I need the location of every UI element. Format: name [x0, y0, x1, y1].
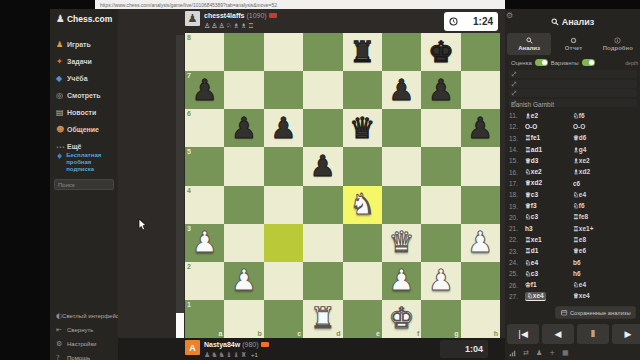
black-move[interactable]: c6: [573, 180, 580, 187]
rank-label: 2: [187, 263, 191, 270]
move-row: 26.♔f1♘e4: [509, 279, 640, 290]
move-row: 27.♘xe4♕xe4: [509, 291, 640, 302]
square-d3[interactable]: [303, 224, 342, 262]
report-icon: [570, 37, 577, 44]
eval-chart-icon[interactable]: [509, 350, 516, 357]
square-g7[interactable]: ♟: [421, 71, 460, 109]
toggle-row: ОценкаВариантыdepth: [511, 59, 638, 66]
top-player-name-row: chesst4laffs (1090): [204, 12, 277, 19]
bottom-player-bar: A Nastya84w (980) ♟♞♞♝♝♜ +1 1:04: [118, 338, 505, 360]
square-c8[interactable]: [264, 33, 303, 71]
add-icon[interactable]: +: [549, 349, 555, 357]
main-content: ♟ chesst4laffs (1090) ♙♙♙♘♗♗♖ 1:24 8♜♚7♟…: [118, 9, 505, 360]
square-f3[interactable]: ♛: [382, 224, 421, 262]
square-f6[interactable]: [382, 109, 421, 147]
move-row: 11.♗e2♘f6: [509, 110, 640, 121]
square-d6[interactable]: [303, 109, 342, 147]
black-pawn: ♟: [192, 76, 218, 105]
rank-label: 7: [187, 72, 191, 79]
white-pawn: ♟: [389, 266, 415, 295]
move-number: 16.: [509, 169, 525, 176]
chesscom-logo[interactable]: ♟ Chess.com: [56, 13, 112, 24]
square-a3[interactable]: 3♟: [185, 224, 224, 262]
white-move[interactable]: ♖xe1: [525, 236, 573, 244]
black-move[interactable]: O-O: [573, 123, 585, 130]
square-h1[interactable]: h: [461, 300, 500, 338]
move-number: 19.: [509, 203, 525, 210]
social-icon: ☻: [56, 125, 67, 134]
flip-board-icon[interactable]: ⇄: [523, 349, 529, 357]
sidebar: ♟ Chess.com ♟Играть✦Задачи◆Учёба◎Смотрет…: [50, 9, 118, 360]
tab-label: Отчет: [565, 45, 582, 51]
move-number: 11.: [509, 112, 525, 119]
black-pawn: ♟: [389, 76, 415, 105]
square-c5[interactable]: [264, 147, 303, 185]
square-c1[interactable]: c: [264, 300, 303, 338]
grid-settings-icon[interactable]: ▦: [562, 349, 569, 357]
top-player-rating: (1090): [246, 12, 266, 19]
toggle-label: Варианты: [551, 60, 579, 66]
black-pawn: ♟: [467, 114, 493, 143]
square-f7[interactable]: ♟: [382, 71, 421, 109]
square-c6[interactable]: ♟: [264, 109, 303, 147]
white-pawn: ♟: [192, 228, 218, 257]
black-move[interactable]: ♘e4: [573, 191, 586, 199]
white-move[interactable]: ♘c3: [525, 213, 573, 221]
tab-label: Анализ: [518, 45, 540, 51]
square-b6[interactable]: ♟: [224, 109, 263, 147]
square-b2[interactable]: ♟: [224, 262, 263, 300]
sidebar-item-label: Учёба: [67, 75, 88, 82]
square-d4[interactable]: [303, 186, 342, 224]
move-number: 23.: [509, 248, 525, 255]
toggle-Варианты[interactable]: [582, 59, 595, 66]
sidebar-item-Учёба[interactable]: ◆Учёба: [50, 70, 118, 87]
square-a6[interactable]: 6: [185, 109, 224, 147]
help-icon: ?: [56, 354, 67, 360]
black-move[interactable]: ♗xd2: [573, 168, 590, 176]
bottom-player-captured-pieces: ♟♞♞♝♝♜ +1: [204, 351, 258, 359]
move-number: 21.: [509, 225, 525, 232]
sidebar-item-Новости[interactable]: ▤Новости: [50, 104, 118, 121]
black-move[interactable]: ♘f6: [573, 112, 585, 120]
white-king: ♚: [389, 304, 415, 333]
first-move-button[interactable]: |◀: [507, 324, 539, 344]
move-row: 24.♘e4b6: [509, 257, 640, 268]
previous-move-button[interactable]: ◀: [542, 324, 574, 344]
black-move[interactable]: ♕e6: [573, 247, 586, 255]
saved-analyses-button[interactable]: Сохраненные анализы: [555, 306, 636, 318]
engine-line[interactable]: [509, 70, 637, 78]
tab-Анализ[interactable]: Анализ: [507, 33, 551, 55]
next-move-button[interactable]: ▶: [612, 324, 640, 344]
move-nav-buttons: |◀◀Ⅱ▶: [507, 324, 640, 344]
tab-Отчет[interactable]: Отчет: [551, 33, 595, 55]
square-d7[interactable]: [303, 71, 342, 109]
rank-label: 6: [187, 110, 191, 117]
white-move[interactable]: ♕f3: [525, 202, 573, 210]
toggle-label: Оценка: [511, 60, 532, 66]
square-e7[interactable]: [343, 71, 382, 109]
white-rook: ♜: [310, 304, 336, 333]
move-number: 14.: [509, 146, 525, 153]
move-number: 24.: [509, 259, 525, 266]
bottom-player-name-row: Nastya84w (980): [204, 341, 269, 348]
black-move[interactable]: ♘f6: [573, 202, 585, 210]
pieces-icon[interactable]: ♟: [536, 349, 542, 357]
square-e3[interactable]: [343, 224, 382, 262]
sidebar-footer-theme[interactable]: ◐Светлый интерфейс: [50, 309, 118, 323]
move-row: 18.♕c3♘e4: [509, 189, 640, 200]
move-row: 19.♕f3♘f6: [509, 200, 640, 211]
white-pawn: ♟: [231, 266, 257, 295]
bottom-player-rating: (980): [242, 341, 258, 348]
white-move[interactable]: ♖d1: [525, 247, 573, 255]
black-pawn: ♟: [231, 114, 257, 143]
black-pawn: ♟: [428, 76, 454, 105]
scrollbar-track[interactable]: [176, 35, 184, 338]
square-d8[interactable]: [303, 33, 342, 71]
sidebar-item-Играть[interactable]: ♟Играть: [50, 36, 118, 53]
black-move[interactable]: ♘e4: [573, 281, 586, 289]
free-trial-label: Бесплатная пробная подписка: [66, 152, 114, 173]
browser-address-bar[interactable]: https://www.chess.com/analysis/game/live…: [95, 0, 505, 9]
black-pawn: ♟: [310, 152, 336, 181]
square-a1[interactable]: 1a: [185, 300, 224, 338]
bottom-clock-time: 1:04: [465, 344, 483, 354]
sidebar-footer-label: Помощь: [67, 355, 90, 360]
white-move[interactable]: ♘c3: [525, 270, 573, 278]
square-c7[interactable]: [264, 71, 303, 109]
move-row: 25.♘c3h6: [509, 268, 640, 279]
square-b1[interactable]: b: [224, 300, 263, 338]
black-pawn: ♟: [270, 114, 296, 143]
sidebar-footer: ◐Светлый интерфейс⇤Свернуть⚙Настройки?По…: [50, 309, 118, 360]
square-f4[interactable]: [382, 186, 421, 224]
sidebar-footer-label: Светлый интерфейс: [62, 313, 119, 319]
move-number: 20.: [509, 214, 525, 221]
white-move[interactable]: O-O: [525, 123, 573, 130]
file-label: f: [417, 330, 419, 337]
square-d2[interactable]: [303, 262, 342, 300]
move-row: 21.h3♖xe1+: [509, 223, 640, 234]
move-number: 17.: [509, 180, 525, 187]
square-g5[interactable]: [421, 147, 460, 185]
square-f2[interactable]: ♟: [382, 262, 421, 300]
chess-board: 8♜♚7♟♟♟6♟♟♛♟5♟4♞3♟♛♟2♟♟♟1abcd♜ef♚gh: [185, 33, 500, 338]
expand-icon: [511, 71, 517, 77]
collapse-icon: ⇤: [56, 326, 67, 334]
move-number: 18.: [509, 191, 525, 198]
info-icon: [614, 37, 621, 44]
sidebar-item-label: Смотреть: [67, 92, 100, 99]
archive-box-icon: [560, 309, 567, 316]
move-number: 15.: [509, 157, 525, 164]
white-pawn: ♟: [428, 266, 454, 295]
sidebar-nav: ♟Играть✦Задачи◆Учёба◎Смотреть▤Новости☻Об…: [50, 36, 118, 155]
opening-name: Danish Gambit: [511, 101, 554, 108]
square-b7[interactable]: [224, 71, 263, 109]
square-f8[interactable]: [382, 33, 421, 71]
black-move[interactable]: h6: [573, 270, 581, 277]
diamond-icon: ♦: [56, 152, 63, 173]
search-icon: [526, 37, 533, 44]
white-move[interactable]: h3: [525, 225, 573, 232]
search-icon: [551, 18, 559, 26]
black-king: ♚: [428, 38, 454, 67]
white-move[interactable]: ♖ad1: [525, 146, 573, 154]
square-f5[interactable]: [382, 147, 421, 185]
bottom-player-name[interactable]: Nastya84w: [204, 341, 240, 348]
watch-icon: ◎: [56, 91, 67, 100]
file-label: h: [494, 330, 498, 337]
sidebar-footer-settings[interactable]: ⚙Настройки: [50, 337, 118, 351]
toggle-knob: [542, 60, 547, 65]
bottom-player-avatar[interactable]: A: [185, 340, 200, 355]
rank-label: 8: [187, 34, 191, 41]
black-rook: ♜: [349, 38, 375, 67]
black-move[interactable]: ♖e8: [573, 236, 586, 244]
white-move[interactable]: ♕xd2: [525, 179, 573, 187]
depth-label: depth: [625, 60, 638, 65]
panel-title: Анализ: [505, 17, 640, 27]
sidebar-item-label: Играть: [67, 41, 91, 48]
analysis-panel: ⚙ Анализ АнализОтчетПодробно ОценкаВариа…: [505, 9, 640, 360]
move-row: 23.♖d1♕e6: [509, 246, 640, 257]
panel-icon-row: ⇄♟+▦: [509, 349, 569, 357]
black-move[interactable]: ♖xe1+: [573, 225, 593, 233]
square-h3[interactable]: ♟: [461, 224, 500, 262]
white-move[interactable]: ♗e2: [525, 112, 573, 120]
expand-icon: [511, 81, 517, 87]
file-label: b: [257, 330, 261, 337]
file-label: c: [297, 330, 301, 337]
square-a2[interactable]: 2: [185, 262, 224, 300]
toggle-Оценка[interactable]: [535, 59, 548, 66]
rank-label: 1: [187, 301, 191, 308]
square-d5[interactable]: ♟: [303, 147, 342, 185]
top-player-captured-pieces: ♙♙♙♘♗♗♖: [204, 22, 255, 30]
white-move[interactable]: ♘e4: [525, 259, 573, 267]
square-h6[interactable]: ♟: [461, 109, 500, 147]
square-b5[interactable]: [224, 147, 263, 185]
sidebar-item-label: Общение: [67, 126, 99, 133]
square-g1[interactable]: g: [421, 300, 460, 338]
square-a5[interactable]: 5: [185, 147, 224, 185]
square-b8[interactable]: [224, 33, 263, 71]
square-b4[interactable]: [224, 186, 263, 224]
square-f1[interactable]: f♚: [382, 300, 421, 338]
sidebar-item-Смотреть[interactable]: ◎Смотреть: [50, 87, 118, 104]
clock-icon: [449, 17, 458, 26]
puzzles-icon: ✦: [56, 57, 67, 66]
white-move[interactable]: ♘xe4: [525, 292, 573, 301]
black-move[interactable]: ♕xe4: [573, 292, 590, 300]
square-g8[interactable]: ♚: [421, 33, 460, 71]
square-c4[interactable]: [264, 186, 303, 224]
engine-line[interactable]: [509, 80, 637, 88]
black-move[interactable]: ♕d6: [573, 134, 586, 142]
white-move[interactable]: ♔f1: [525, 281, 573, 289]
settings-icon: ⚙: [56, 340, 67, 348]
sidebar-footer-label: Свернуть: [67, 327, 93, 333]
square-e5[interactable]: [343, 147, 382, 185]
move-row: 16.♘xe2♗xd2: [509, 166, 640, 177]
square-h7[interactable]: [461, 71, 500, 109]
square-g4[interactable]: [421, 186, 460, 224]
white-move[interactable]: ♘xe2: [525, 168, 573, 176]
free-trial-link[interactable]: ♦ Бесплатная пробная подписка: [56, 152, 114, 173]
move-number: 12.: [509, 123, 525, 130]
rank-label: 5: [187, 148, 191, 155]
square-d1[interactable]: d♜: [303, 300, 342, 338]
white-pawn: ♟: [467, 228, 493, 257]
sidebar-footer-help[interactable]: ?Помощь: [50, 351, 118, 360]
panel-tabs: АнализОтчетПодробно: [507, 33, 640, 55]
top-clock-time: 1:24: [473, 16, 493, 27]
white-move[interactable]: ♕d3: [525, 157, 573, 165]
move-row: 13.♖fe1♕d6: [509, 133, 640, 144]
sidebar-footer-collapse[interactable]: ⇤Свернуть: [50, 323, 118, 337]
square-e6[interactable]: ♛: [343, 109, 382, 147]
search-input[interactable]: [54, 179, 114, 190]
logo-pawn-icon: ♟: [56, 13, 65, 24]
news-icon: ▤: [56, 108, 67, 117]
expand-icon: [511, 90, 517, 96]
sidebar-item-Общение[interactable]: ☻Общение: [50, 121, 118, 138]
top-player-clock: 1:24: [444, 12, 498, 31]
square-g2[interactable]: ♟: [421, 262, 460, 300]
move-row: 12.O-OO-O: [509, 121, 640, 132]
move-row: 14.♖ad1♗g4: [509, 144, 640, 155]
square-e4[interactable]: ♞: [343, 186, 382, 224]
square-h8[interactable]: [461, 33, 500, 71]
file-label: d: [336, 330, 340, 337]
top-player-flag-icon: [269, 13, 277, 18]
white-queen: ♛: [389, 228, 415, 257]
tab-Подробно[interactable]: Подробно: [596, 33, 640, 55]
scrollbar-thumb[interactable]: [176, 313, 184, 338]
move-row: 20.♘c3♖fe8: [509, 212, 640, 223]
page: https://www.chess.com/analysis/game/live…: [0, 0, 640, 360]
page-url: https://www.chess.com/analysis/game/live…: [100, 2, 277, 7]
toggle-knob: [589, 60, 594, 65]
move-row: 15.♕d3♗xe2: [509, 155, 640, 166]
square-h4[interactable]: [461, 186, 500, 224]
rank-label: 3: [187, 225, 191, 232]
file-label: g: [454, 330, 458, 337]
square-g6[interactable]: [421, 109, 460, 147]
square-h5[interactable]: [461, 147, 500, 185]
square-c3[interactable]: [264, 224, 303, 262]
white-move[interactable]: ♖fe1: [525, 134, 573, 142]
square-g3[interactable]: [421, 224, 460, 262]
file-label: e: [376, 330, 380, 337]
black-move[interactable]: b6: [573, 259, 581, 266]
white-knight: ♞: [349, 190, 375, 219]
tab-label: Подробно: [603, 45, 633, 51]
black-move[interactable]: ♗xe2: [573, 157, 590, 165]
lessons-icon: ◆: [56, 74, 67, 83]
black-queen: ♛: [349, 114, 375, 143]
move-number: 22.: [509, 236, 525, 243]
file-label: a: [218, 330, 222, 337]
rank-label: 4: [187, 187, 191, 194]
sidebar-footer-label: Настройки: [67, 341, 96, 347]
move-number: 27.: [509, 293, 525, 300]
sidebar-item-label: Новости: [67, 109, 96, 116]
black-move[interactable]: ♗g4: [573, 146, 586, 154]
square-a4[interactable]: 4: [185, 186, 224, 224]
square-a7[interactable]: 7♟: [185, 71, 224, 109]
square-e2[interactable]: [343, 262, 382, 300]
move-row: 22.♖xe1♖e8: [509, 234, 640, 245]
pause-button[interactable]: Ⅱ: [577, 324, 609, 344]
move-number: 26.: [509, 282, 525, 289]
move-number: 25.: [509, 270, 525, 277]
sidebar-item-label: Ещё: [67, 143, 81, 150]
bottom-player-flag-icon: [261, 342, 269, 347]
engine-line[interactable]: [509, 89, 637, 97]
square-b3[interactable]: [224, 224, 263, 262]
square-c2[interactable]: [264, 262, 303, 300]
square-e1[interactable]: e: [343, 300, 382, 338]
bottom-player-clock: 1:04: [440, 340, 488, 358]
white-move[interactable]: ♕c3: [525, 191, 573, 199]
top-player-name[interactable]: chesst4laffs: [204, 12, 244, 19]
logo-text: Chess.com: [67, 14, 112, 24]
square-e8[interactable]: ♜: [343, 33, 382, 71]
move-row: 17.♕xd2c6: [509, 178, 640, 189]
play-piece-icon: ♟: [56, 40, 67, 49]
square-a8[interactable]: 8: [185, 33, 224, 71]
sidebar-item-Задачи[interactable]: ✦Задачи: [50, 53, 118, 70]
top-player-avatar[interactable]: ♟: [185, 11, 200, 26]
square-h2[interactable]: [461, 262, 500, 300]
sidebar-item-label: Задачи: [67, 58, 92, 65]
material-score: +1: [251, 352, 258, 358]
more-icon: •••: [56, 144, 67, 150]
move-list: 11.♗e2♘f612.O-OO-O13.♖fe1♕d614.♖ad1♗g415…: [509, 110, 640, 302]
move-number: 13.: [509, 135, 525, 142]
black-move[interactable]: ♖fe8: [573, 213, 588, 221]
